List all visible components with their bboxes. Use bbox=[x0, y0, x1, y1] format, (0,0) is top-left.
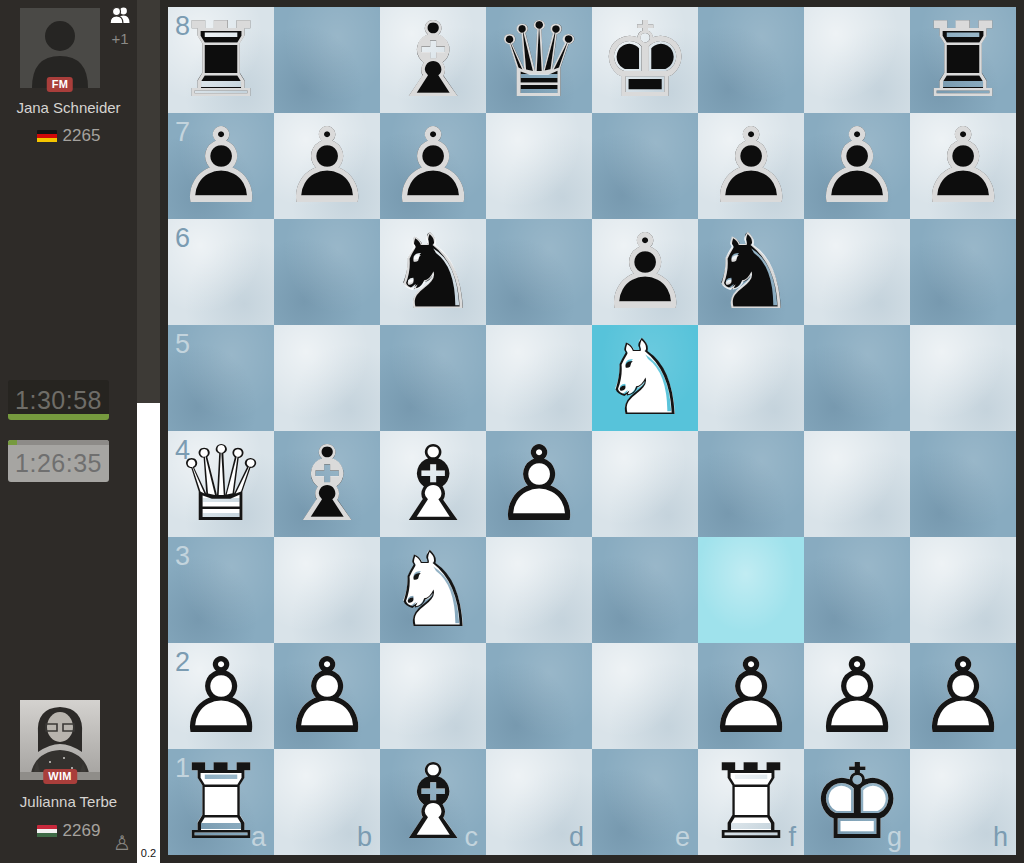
square-g2[interactable]: ♟♙ bbox=[804, 643, 910, 749]
clock-progress-bar bbox=[8, 440, 109, 445]
black-pawn[interactable]: ♟♙ bbox=[592, 219, 698, 325]
white-pawn[interactable]: ♟♙ bbox=[698, 643, 804, 749]
square-h5[interactable] bbox=[910, 325, 1016, 431]
square-c3[interactable]: ♞♘ bbox=[380, 537, 486, 643]
square-a8[interactable]: 8♜♖ bbox=[168, 7, 274, 113]
square-f1[interactable]: f♜♖ bbox=[698, 749, 804, 855]
black-pawn[interactable]: ♟♙ bbox=[168, 113, 274, 219]
square-g5[interactable] bbox=[804, 325, 910, 431]
square-g1[interactable]: g♚♔ bbox=[804, 749, 910, 855]
white-rook[interactable]: ♜♖ bbox=[168, 749, 274, 855]
player-top-avatar[interactable]: FM bbox=[20, 8, 100, 88]
square-d6[interactable] bbox=[486, 219, 592, 325]
clock-bottom-time: 1:26:35 bbox=[15, 449, 102, 478]
file-label-e: e bbox=[675, 824, 690, 851]
white-bishop[interactable]: ♝♗ bbox=[380, 749, 486, 855]
square-a1[interactable]: 1a♜♖ bbox=[168, 749, 274, 855]
square-a4[interactable]: 4♛♕ bbox=[168, 431, 274, 537]
black-queen[interactable]: ♛♕ bbox=[486, 7, 592, 113]
title-badge-top: FM bbox=[47, 77, 73, 92]
square-a3[interactable]: 3 bbox=[168, 537, 274, 643]
white-queen[interactable]: ♛♕ bbox=[168, 431, 274, 537]
square-e5[interactable]: ♞♘ bbox=[592, 325, 698, 431]
square-b1[interactable]: b bbox=[274, 749, 380, 855]
square-g6[interactable] bbox=[804, 219, 910, 325]
square-e3[interactable] bbox=[592, 537, 698, 643]
white-pawn[interactable]: ♟♙ bbox=[804, 643, 910, 749]
player-top-rating-row: 2265 bbox=[0, 126, 137, 146]
black-bishop[interactable]: ♝♗ bbox=[274, 431, 380, 537]
square-f2[interactable]: ♟♙ bbox=[698, 643, 804, 749]
player-photo bbox=[20, 700, 100, 780]
file-label-d: d bbox=[569, 824, 584, 851]
square-d5[interactable] bbox=[486, 325, 592, 431]
square-h2[interactable]: ♟♙ bbox=[910, 643, 1016, 749]
square-d1[interactable]: d bbox=[486, 749, 592, 855]
square-h8[interactable]: ♜♖ bbox=[910, 7, 1016, 113]
flag-germany-icon bbox=[37, 130, 57, 143]
square-f6[interactable]: ♞♘ bbox=[698, 219, 804, 325]
square-c7[interactable]: ♟♙ bbox=[380, 113, 486, 219]
white-king[interactable]: ♚♔ bbox=[804, 749, 910, 855]
rank-label-5: 5 bbox=[175, 331, 190, 358]
square-d3[interactable] bbox=[486, 537, 592, 643]
person-silhouette-icon bbox=[20, 8, 100, 88]
square-b4[interactable]: ♝♗ bbox=[274, 431, 380, 537]
file-label-b: b bbox=[357, 824, 372, 851]
clock-top-time: 1:30:58 bbox=[15, 386, 102, 415]
square-h7[interactable]: ♟♙ bbox=[910, 113, 1016, 219]
sidebar: FM +1 Jana Schneider 2265 1:30:58 1:26:3… bbox=[0, 0, 137, 863]
black-bishop[interactable]: ♝♗ bbox=[380, 7, 486, 113]
square-b5[interactable] bbox=[274, 325, 380, 431]
title-badge-bottom: WIM bbox=[43, 769, 77, 784]
white-rook[interactable]: ♜♖ bbox=[698, 749, 804, 855]
square-h6[interactable] bbox=[910, 219, 1016, 325]
player-bottom-name[interactable]: Julianna Terbe bbox=[8, 793, 129, 810]
black-rook[interactable]: ♜♖ bbox=[910, 7, 1016, 113]
player-top-rating: 2265 bbox=[63, 126, 101, 146]
square-a2[interactable]: 2♟♙ bbox=[168, 643, 274, 749]
black-king[interactable]: ♚♔ bbox=[592, 7, 698, 113]
white-pawn[interactable]: ♟♙ bbox=[274, 643, 380, 749]
file-label-h: h bbox=[993, 824, 1008, 851]
square-e8[interactable]: ♚♔ bbox=[592, 7, 698, 113]
square-c2[interactable] bbox=[380, 643, 486, 749]
square-h4[interactable] bbox=[910, 431, 1016, 537]
black-pawn[interactable]: ♟♙ bbox=[698, 113, 804, 219]
people-icon bbox=[109, 6, 131, 24]
square-g4[interactable] bbox=[804, 431, 910, 537]
square-b3[interactable] bbox=[274, 537, 380, 643]
chess-board: 8♜♖♝♗♛♕♚♔♜♖7♟♙♟♙♟♙♟♙♟♙♟♙6♞♘♟♙♞♘5♞♘4♛♕♝♗♝… bbox=[168, 7, 1016, 855]
clock-top: 1:30:58 bbox=[8, 380, 109, 420]
square-b2[interactable]: ♟♙ bbox=[274, 643, 380, 749]
black-rook[interactable]: ♜♖ bbox=[168, 7, 274, 113]
rank-label-3: 3 bbox=[175, 543, 190, 570]
white-pawn[interactable]: ♟♙ bbox=[486, 431, 592, 537]
black-pawn[interactable]: ♟♙ bbox=[804, 113, 910, 219]
square-a7[interactable]: 7♟♙ bbox=[168, 113, 274, 219]
square-d7[interactable] bbox=[486, 113, 592, 219]
square-e6[interactable]: ♟♙ bbox=[592, 219, 698, 325]
clock-bottom: 1:26:35 bbox=[8, 440, 109, 482]
player-bottom-rating: 2269 bbox=[63, 821, 101, 841]
rank-label-6: 6 bbox=[175, 225, 190, 252]
square-d2[interactable] bbox=[486, 643, 592, 749]
black-pawn[interactable]: ♟♙ bbox=[910, 113, 1016, 219]
eval-bar: 0.2 bbox=[137, 0, 160, 863]
square-h1[interactable]: h bbox=[910, 749, 1016, 855]
square-b8[interactable] bbox=[274, 7, 380, 113]
square-c4[interactable]: ♝♗ bbox=[380, 431, 486, 537]
board-frame: 8♜♖♝♗♛♕♚♔♜♖7♟♙♟♙♟♙♟♙♟♙♟♙6♞♘♟♙♞♘5♞♘4♛♕♝♗♝… bbox=[160, 0, 1024, 863]
square-e4[interactable] bbox=[592, 431, 698, 537]
eval-value: 0.2 bbox=[137, 847, 160, 859]
black-pawn[interactable]: ♟♙ bbox=[380, 113, 486, 219]
square-e1[interactable]: e bbox=[592, 749, 698, 855]
white-bishop[interactable]: ♝♗ bbox=[380, 431, 486, 537]
eval-bar-white-section bbox=[137, 403, 160, 863]
pawn-icon: ♙ bbox=[113, 833, 131, 853]
spectators-extra: +1 bbox=[105, 30, 135, 47]
square-e2[interactable] bbox=[592, 643, 698, 749]
square-b6[interactable] bbox=[274, 219, 380, 325]
spectators: +1 bbox=[105, 6, 135, 47]
square-g3[interactable] bbox=[804, 537, 910, 643]
player-top-name[interactable]: Jana Schneider bbox=[8, 99, 129, 116]
black-knight[interactable]: ♞♘ bbox=[698, 219, 804, 325]
active-clock-bar bbox=[8, 414, 109, 420]
square-f8[interactable] bbox=[698, 7, 804, 113]
white-pawn[interactable]: ♟♙ bbox=[168, 643, 274, 749]
white-knight[interactable]: ♞♘ bbox=[380, 537, 486, 643]
square-f7[interactable]: ♟♙ bbox=[698, 113, 804, 219]
square-c1[interactable]: c♝♗ bbox=[380, 749, 486, 855]
square-h3[interactable] bbox=[910, 537, 1016, 643]
square-g8[interactable] bbox=[804, 7, 910, 113]
black-pawn[interactable]: ♟♙ bbox=[274, 113, 380, 219]
square-c8[interactable]: ♝♗ bbox=[380, 7, 486, 113]
player-bottom-avatar[interactable]: WIM bbox=[20, 700, 100, 780]
square-f3[interactable] bbox=[698, 537, 804, 643]
square-c6[interactable]: ♞♘ bbox=[380, 219, 486, 325]
black-knight[interactable]: ♞♘ bbox=[380, 219, 486, 325]
square-c5[interactable] bbox=[380, 325, 486, 431]
square-d8[interactable]: ♛♕ bbox=[486, 7, 592, 113]
square-f5[interactable] bbox=[698, 325, 804, 431]
flag-hungary-icon bbox=[37, 825, 57, 838]
square-g7[interactable]: ♟♙ bbox=[804, 113, 910, 219]
square-f4[interactable] bbox=[698, 431, 804, 537]
white-knight[interactable]: ♞♘ bbox=[592, 325, 698, 431]
square-a6[interactable]: 6 bbox=[168, 219, 274, 325]
square-b7[interactable]: ♟♙ bbox=[274, 113, 380, 219]
square-e7[interactable] bbox=[592, 113, 698, 219]
square-a5[interactable]: 5 bbox=[168, 325, 274, 431]
white-pawn[interactable]: ♟♙ bbox=[910, 643, 1016, 749]
square-d4[interactable]: ♟♙ bbox=[486, 431, 592, 537]
